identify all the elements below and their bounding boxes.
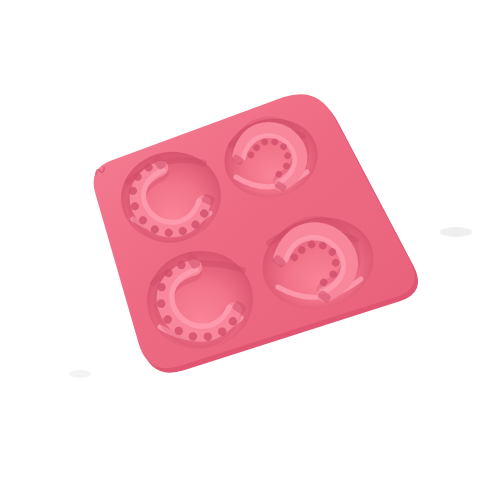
cast-shadow-left — [69, 370, 91, 378]
silicone-denture-mold-photo — [0, 0, 500, 500]
product-photo — [0, 0, 500, 500]
cast-shadow-right — [440, 227, 472, 237]
